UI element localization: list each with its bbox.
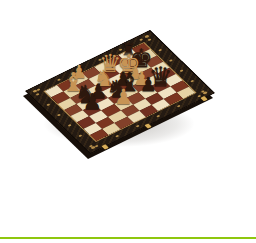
frame-ornament — [115, 135, 119, 138]
frame-ornament — [98, 58, 102, 61]
frame-ornament — [202, 91, 208, 95]
frame-ornament — [47, 103, 51, 106]
frame-ornament — [68, 124, 72, 127]
product-photo-alt: Wooden folding chess set with brown and … — [0, 0, 1, 1]
frame-ornament — [36, 93, 40, 96]
frame-ornament — [57, 113, 61, 116]
frame-ornament — [176, 104, 180, 107]
frame-ornament — [90, 146, 96, 150]
frame-ornament — [156, 114, 160, 117]
green-divider-line — [0, 237, 256, 239]
frame-ornament — [57, 78, 61, 81]
frame-ornament — [118, 48, 122, 51]
frame-ornament — [139, 38, 143, 41]
frame-ornament — [135, 125, 139, 128]
chess-set-product-photo[interactable]: ♜♚♛♚♟♟♟♛♟♝♞♞♟♟♟♝♞♟ Wooden folding chess … — [0, 0, 256, 200]
frame-ornament — [77, 68, 81, 71]
frame-ornament — [159, 48, 163, 51]
frame-ornament — [191, 80, 195, 83]
frame-ornament — [148, 38, 152, 41]
frame-ornament — [180, 69, 184, 72]
frame-ornament — [169, 59, 173, 62]
page: ♜♚♛♚♟♟♟♛♟♝♞♞♟♟♟♝♞♟ Wooden folding chess … — [0, 0, 256, 243]
frame-ornament — [79, 134, 83, 137]
